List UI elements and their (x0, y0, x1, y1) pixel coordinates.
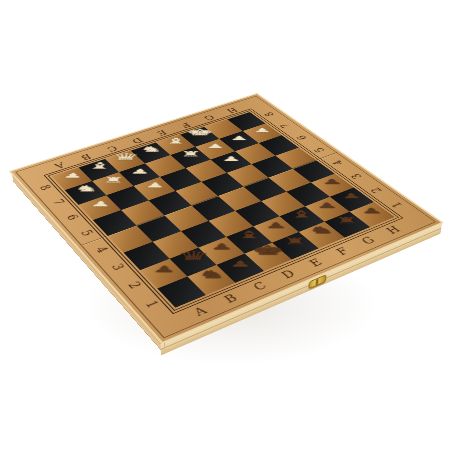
board-face: AA88BB77CC66DD55EE44FF33GG22HH11 ♟♝♛♞♝♚♞… (11, 94, 440, 342)
scene: AA88BB77CC66DD55EE44FF33GG22HH11 ♟♝♛♞♝♚♞… (0, 0, 450, 450)
piece-white-knight-a7: ♞ (70, 178, 103, 193)
piece-white-pawn-f6: ♟ (216, 148, 245, 162)
product-photo: AA88BB77CC66DD55EE44FF33GG22HH11 ♟♝♛♞♝♚♞… (0, 0, 450, 450)
piece-white-rook-e7: ♜ (176, 144, 205, 158)
piece-white-pawn-a8: ♟ (57, 164, 90, 179)
piece-white-pawn-c6: ♟ (139, 173, 171, 188)
chess-board: AA88BB77CC66DD55EE44FF33GG22HH11 ♟♝♛♞♝♚♞… (11, 94, 440, 342)
piece-black-pawn-h3: ♟ (315, 170, 348, 185)
